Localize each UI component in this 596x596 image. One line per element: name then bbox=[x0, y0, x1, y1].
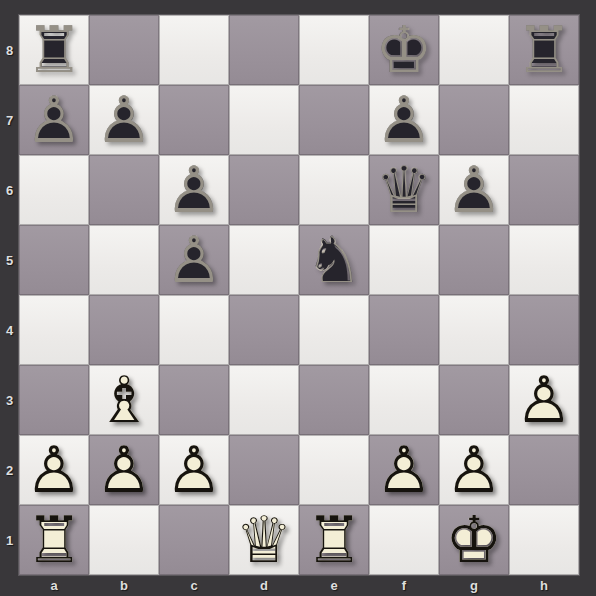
square-b6[interactable] bbox=[89, 155, 159, 225]
square-a6[interactable] bbox=[19, 155, 89, 225]
square-h1[interactable] bbox=[509, 505, 579, 575]
square-e6[interactable] bbox=[299, 155, 369, 225]
square-e4[interactable] bbox=[299, 295, 369, 365]
square-d8[interactable] bbox=[229, 15, 299, 85]
square-h2[interactable] bbox=[509, 435, 579, 505]
white-rook-e1: ♜♖ bbox=[299, 505, 369, 575]
rank-label-4: 4 bbox=[0, 295, 19, 365]
black-pawn-b7: ♟♙ bbox=[89, 85, 159, 155]
black-rook-a8: ♜♖ bbox=[19, 15, 89, 85]
square-f6[interactable]: ♛♕ bbox=[369, 155, 439, 225]
square-c8[interactable] bbox=[159, 15, 229, 85]
square-b4[interactable] bbox=[89, 295, 159, 365]
square-d6[interactable] bbox=[229, 155, 299, 225]
square-a3[interactable] bbox=[19, 365, 89, 435]
square-g1[interactable]: ♚♔ bbox=[439, 505, 509, 575]
square-f8[interactable]: ♚♔ bbox=[369, 15, 439, 85]
square-g5[interactable] bbox=[439, 225, 509, 295]
square-h6[interactable] bbox=[509, 155, 579, 225]
square-c1[interactable] bbox=[159, 505, 229, 575]
black-queen-f6: ♛♕ bbox=[369, 155, 439, 225]
square-e8[interactable] bbox=[299, 15, 369, 85]
square-f7[interactable]: ♟♙ bbox=[369, 85, 439, 155]
white-pawn-a2: ♟♙ bbox=[19, 435, 89, 505]
square-e7[interactable] bbox=[299, 85, 369, 155]
square-d1[interactable]: ♛♕ bbox=[229, 505, 299, 575]
square-a5[interactable] bbox=[19, 225, 89, 295]
black-pawn-c5: ♟♙ bbox=[159, 225, 229, 295]
square-c5[interactable]: ♟♙ bbox=[159, 225, 229, 295]
file-label-g: g bbox=[439, 575, 509, 596]
square-d5[interactable] bbox=[229, 225, 299, 295]
square-h4[interactable] bbox=[509, 295, 579, 365]
white-pawn-b2: ♟♙ bbox=[89, 435, 159, 505]
file-label-e: e bbox=[299, 575, 369, 596]
square-c6[interactable]: ♟♙ bbox=[159, 155, 229, 225]
black-pawn-c6: ♟♙ bbox=[159, 155, 229, 225]
rank-label-8: 8 bbox=[0, 15, 19, 85]
square-g7[interactable] bbox=[439, 85, 509, 155]
square-f2[interactable]: ♟♙ bbox=[369, 435, 439, 505]
square-c2[interactable]: ♟♙ bbox=[159, 435, 229, 505]
square-a1[interactable]: ♜♖ bbox=[19, 505, 89, 575]
black-rook-h8: ♜♖ bbox=[509, 15, 579, 85]
rank-label-6: 6 bbox=[0, 155, 19, 225]
square-f1[interactable] bbox=[369, 505, 439, 575]
black-knight-e5: ♞♘ bbox=[299, 225, 369, 295]
rank-label-1: 1 bbox=[0, 505, 19, 575]
square-f4[interactable] bbox=[369, 295, 439, 365]
square-b7[interactable]: ♟♙ bbox=[89, 85, 159, 155]
square-h8[interactable]: ♜♖ bbox=[509, 15, 579, 85]
square-e2[interactable] bbox=[299, 435, 369, 505]
square-e5[interactable]: ♞♘ bbox=[299, 225, 369, 295]
white-king-g1: ♚♔ bbox=[439, 505, 509, 575]
square-h5[interactable] bbox=[509, 225, 579, 295]
square-h7[interactable] bbox=[509, 85, 579, 155]
white-bishop-b3: ♝♗ bbox=[89, 365, 159, 435]
file-label-c: c bbox=[159, 575, 229, 596]
square-b8[interactable] bbox=[89, 15, 159, 85]
rank-label-7: 7 bbox=[0, 85, 19, 155]
square-f3[interactable] bbox=[369, 365, 439, 435]
board: ♜♖♚♔♜♖♟♙♟♙♟♙♟♙♛♕♟♙♟♙♞♘♝♗♟♙♟♙♟♙♟♙♟♙♟♙♜♖♛♕… bbox=[19, 15, 579, 575]
white-queen-d1: ♛♕ bbox=[229, 505, 299, 575]
square-d4[interactable] bbox=[229, 295, 299, 365]
black-pawn-g6: ♟♙ bbox=[439, 155, 509, 225]
square-g3[interactable] bbox=[439, 365, 509, 435]
square-g6[interactable]: ♟♙ bbox=[439, 155, 509, 225]
white-pawn-c2: ♟♙ bbox=[159, 435, 229, 505]
square-f5[interactable] bbox=[369, 225, 439, 295]
white-pawn-g2: ♟♙ bbox=[439, 435, 509, 505]
square-a8[interactable]: ♜♖ bbox=[19, 15, 89, 85]
file-label-d: d bbox=[229, 575, 299, 596]
square-e3[interactable] bbox=[299, 365, 369, 435]
file-label-h: h bbox=[509, 575, 579, 596]
square-h3[interactable]: ♟♙ bbox=[509, 365, 579, 435]
square-d3[interactable] bbox=[229, 365, 299, 435]
white-pawn-h3: ♟♙ bbox=[509, 365, 579, 435]
rank-label-2: 2 bbox=[0, 435, 19, 505]
square-e1[interactable]: ♜♖ bbox=[299, 505, 369, 575]
square-b5[interactable] bbox=[89, 225, 159, 295]
rank-label-5: 5 bbox=[0, 225, 19, 295]
rank-label-3: 3 bbox=[0, 365, 19, 435]
square-c3[interactable] bbox=[159, 365, 229, 435]
chessboard-diagram: 87654321 ♜♖♚♔♜♖♟♙♟♙♟♙♟♙♛♕♟♙♟♙♞♘♝♗♟♙♟♙♟♙♟… bbox=[0, 0, 596, 596]
file-label-b: b bbox=[89, 575, 159, 596]
square-a4[interactable] bbox=[19, 295, 89, 365]
black-pawn-a7: ♟♙ bbox=[19, 85, 89, 155]
square-d2[interactable] bbox=[229, 435, 299, 505]
square-a7[interactable]: ♟♙ bbox=[19, 85, 89, 155]
white-rook-a1: ♜♖ bbox=[19, 505, 89, 575]
square-g2[interactable]: ♟♙ bbox=[439, 435, 509, 505]
black-pawn-f7: ♟♙ bbox=[369, 85, 439, 155]
file-label-a: a bbox=[19, 575, 89, 596]
white-pawn-f2: ♟♙ bbox=[369, 435, 439, 505]
file-label-f: f bbox=[369, 575, 439, 596]
file-labels: abcdefgh bbox=[19, 575, 579, 596]
square-c4[interactable] bbox=[159, 295, 229, 365]
black-king-f8: ♚♔ bbox=[369, 15, 439, 85]
square-c7[interactable] bbox=[159, 85, 229, 155]
square-b3[interactable]: ♝♗ bbox=[89, 365, 159, 435]
square-a2[interactable]: ♟♙ bbox=[19, 435, 89, 505]
square-b1[interactable] bbox=[89, 505, 159, 575]
rank-labels: 87654321 bbox=[0, 15, 19, 575]
square-b2[interactable]: ♟♙ bbox=[89, 435, 159, 505]
square-g4[interactable] bbox=[439, 295, 509, 365]
square-d7[interactable] bbox=[229, 85, 299, 155]
square-g8[interactable] bbox=[439, 15, 509, 85]
